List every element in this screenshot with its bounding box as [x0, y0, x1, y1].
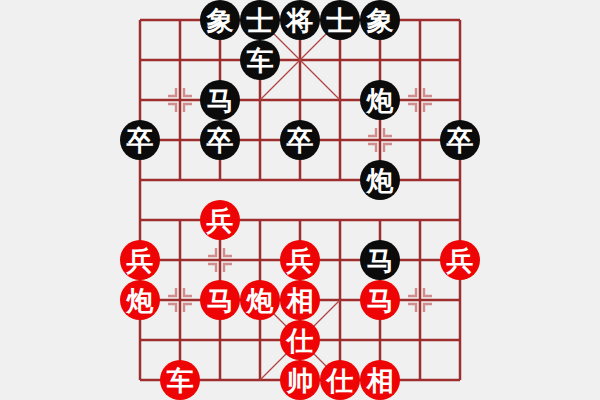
piece-glyph: 士	[247, 7, 274, 34]
red-soldier[interactable]: 兵	[440, 240, 480, 280]
black-advisor[interactable]: 士	[240, 0, 280, 40]
piece-glyph: 士	[327, 7, 354, 34]
piece-glyph: 马	[367, 247, 394, 274]
red-advisor[interactable]: 仕	[320, 360, 360, 400]
piece-glyph: 炮	[127, 287, 154, 314]
black-horse[interactable]: 马	[200, 80, 240, 120]
piece-glyph: 马	[207, 287, 234, 314]
red-general[interactable]: 帅	[280, 360, 320, 400]
piece-glyph: 相	[287, 287, 314, 314]
black-general[interactable]: 将	[280, 0, 320, 40]
piece-glyph: 炮	[367, 87, 394, 114]
black-elephant[interactable]: 象	[360, 0, 400, 40]
red-cannon[interactable]: 炮	[240, 280, 280, 320]
black-cannon[interactable]: 炮	[360, 80, 400, 120]
piece-glyph: 卒	[287, 127, 314, 154]
piece-glyph: 卒	[447, 127, 474, 154]
red-elephant[interactable]: 相	[360, 360, 400, 400]
piece-glyph: 将	[287, 7, 314, 34]
red-soldier[interactable]: 兵	[200, 200, 240, 240]
black-soldier[interactable]: 卒	[280, 120, 320, 160]
piece-glyph: 兵	[447, 247, 474, 274]
piece-glyph: 兵	[207, 207, 234, 234]
red-cannon[interactable]: 炮	[120, 280, 160, 320]
pieces-layer: 象士将士象车马炮卒卒卒卒炮马兵兵兵兵炮马炮相马仕车帅仕相	[120, 0, 480, 400]
black-soldier[interactable]: 卒	[200, 120, 240, 160]
piece-glyph: 相	[367, 367, 394, 394]
black-soldier[interactable]: 卒	[120, 120, 160, 160]
piece-glyph: 车	[167, 367, 194, 394]
piece-glyph: 马	[367, 287, 394, 314]
piece-glyph: 炮	[367, 167, 394, 194]
red-horse[interactable]: 马	[200, 280, 240, 320]
piece-glyph: 马	[207, 87, 234, 114]
piece-glyph: 兵	[287, 247, 314, 274]
piece-glyph: 兵	[127, 247, 154, 274]
piece-glyph: 象	[367, 7, 394, 34]
piece-glyph: 帅	[287, 367, 314, 394]
piece-glyph: 仕	[287, 327, 314, 354]
red-chariot[interactable]: 车	[160, 360, 200, 400]
black-horse[interactable]: 马	[360, 240, 400, 280]
piece-glyph: 仕	[327, 367, 354, 394]
black-cannon[interactable]: 炮	[360, 160, 400, 200]
red-horse[interactable]: 马	[360, 280, 400, 320]
black-advisor[interactable]: 士	[320, 0, 360, 40]
black-elephant[interactable]: 象	[200, 0, 240, 40]
piece-glyph: 卒	[207, 127, 234, 154]
black-chariot[interactable]: 车	[240, 40, 280, 80]
black-soldier[interactable]: 卒	[440, 120, 480, 160]
red-soldier[interactable]: 兵	[280, 240, 320, 280]
piece-glyph: 炮	[247, 287, 274, 314]
red-elephant[interactable]: 相	[280, 280, 320, 320]
piece-glyph: 卒	[127, 127, 154, 154]
piece-glyph: 车	[247, 47, 274, 74]
red-advisor[interactable]: 仕	[280, 320, 320, 360]
piece-glyph: 象	[207, 7, 234, 34]
red-soldier[interactable]: 兵	[120, 240, 160, 280]
board-stage: 象士将士象车马炮卒卒卒卒炮马兵兵兵兵炮马炮相马仕车帅仕相	[0, 0, 600, 400]
